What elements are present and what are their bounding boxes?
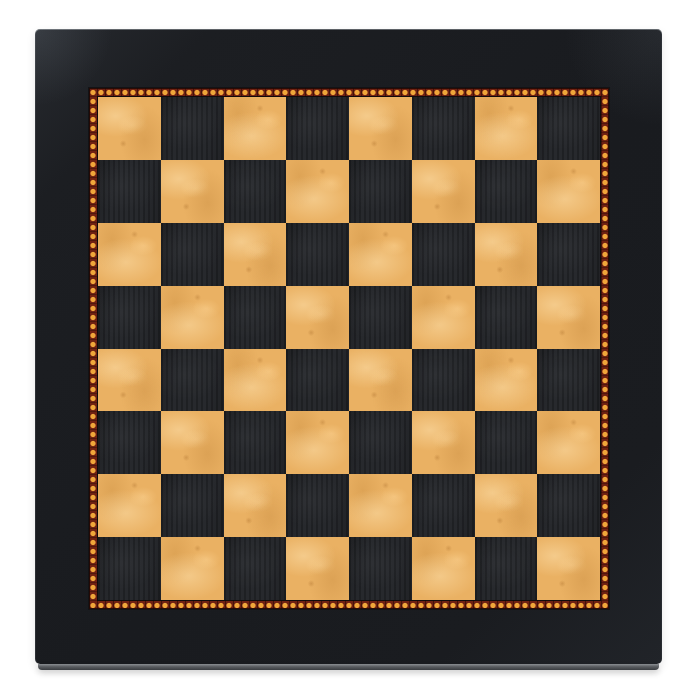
square-h8[interactable]: [537, 97, 600, 160]
square-c1[interactable]: [224, 537, 287, 600]
square-e7[interactable]: [349, 160, 412, 223]
square-d2[interactable]: [286, 474, 349, 537]
square-g8[interactable]: [475, 97, 538, 160]
square-e8[interactable]: [349, 97, 412, 160]
square-b2[interactable]: [161, 474, 224, 537]
square-b4[interactable]: [161, 349, 224, 412]
square-b8[interactable]: [161, 97, 224, 160]
square-c3[interactable]: [224, 411, 287, 474]
square-f2[interactable]: [412, 474, 475, 537]
square-a7[interactable]: [98, 160, 161, 223]
square-f5[interactable]: [412, 286, 475, 349]
square-a1[interactable]: [98, 537, 161, 600]
square-h2[interactable]: [537, 474, 600, 537]
square-f7[interactable]: [412, 160, 475, 223]
square-a8[interactable]: [98, 97, 161, 160]
square-e3[interactable]: [349, 411, 412, 474]
square-h1[interactable]: [537, 537, 600, 600]
square-e4[interactable]: [349, 349, 412, 412]
square-d5[interactable]: [286, 286, 349, 349]
square-g6[interactable]: [475, 223, 538, 286]
square-d7[interactable]: [286, 160, 349, 223]
square-e6[interactable]: [349, 223, 412, 286]
square-f3[interactable]: [412, 411, 475, 474]
square-c8[interactable]: [224, 97, 287, 160]
square-h4[interactable]: [537, 349, 600, 412]
square-a2[interactable]: [98, 474, 161, 537]
chess-board-frame: [35, 29, 662, 664]
square-c7[interactable]: [224, 160, 287, 223]
square-g2[interactable]: [475, 474, 538, 537]
square-a5[interactable]: [98, 286, 161, 349]
square-d4[interactable]: [286, 349, 349, 412]
square-a4[interactable]: [98, 349, 161, 412]
square-e1[interactable]: [349, 537, 412, 600]
square-c5[interactable]: [224, 286, 287, 349]
square-c4[interactable]: [224, 349, 287, 412]
square-a6[interactable]: [98, 223, 161, 286]
square-b5[interactable]: [161, 286, 224, 349]
mosaic-inlay-border: [89, 88, 609, 609]
square-c2[interactable]: [224, 474, 287, 537]
square-d8[interactable]: [286, 97, 349, 160]
square-f8[interactable]: [412, 97, 475, 160]
square-g3[interactable]: [475, 411, 538, 474]
square-e5[interactable]: [349, 286, 412, 349]
square-f4[interactable]: [412, 349, 475, 412]
square-b6[interactable]: [161, 223, 224, 286]
square-b7[interactable]: [161, 160, 224, 223]
square-h6[interactable]: [537, 223, 600, 286]
square-d6[interactable]: [286, 223, 349, 286]
board-bottom-edge: [38, 664, 659, 670]
square-e2[interactable]: [349, 474, 412, 537]
square-a3[interactable]: [98, 411, 161, 474]
square-g4[interactable]: [475, 349, 538, 412]
square-c6[interactable]: [224, 223, 287, 286]
square-d3[interactable]: [286, 411, 349, 474]
square-h3[interactable]: [537, 411, 600, 474]
square-b1[interactable]: [161, 537, 224, 600]
square-f6[interactable]: [412, 223, 475, 286]
square-d1[interactable]: [286, 537, 349, 600]
square-f1[interactable]: [412, 537, 475, 600]
square-g7[interactable]: [475, 160, 538, 223]
square-g5[interactable]: [475, 286, 538, 349]
product-photo-backdrop: [0, 0, 700, 700]
playing-area: [98, 97, 600, 600]
square-b3[interactable]: [161, 411, 224, 474]
square-g1[interactable]: [475, 537, 538, 600]
square-h7[interactable]: [537, 160, 600, 223]
square-h5[interactable]: [537, 286, 600, 349]
